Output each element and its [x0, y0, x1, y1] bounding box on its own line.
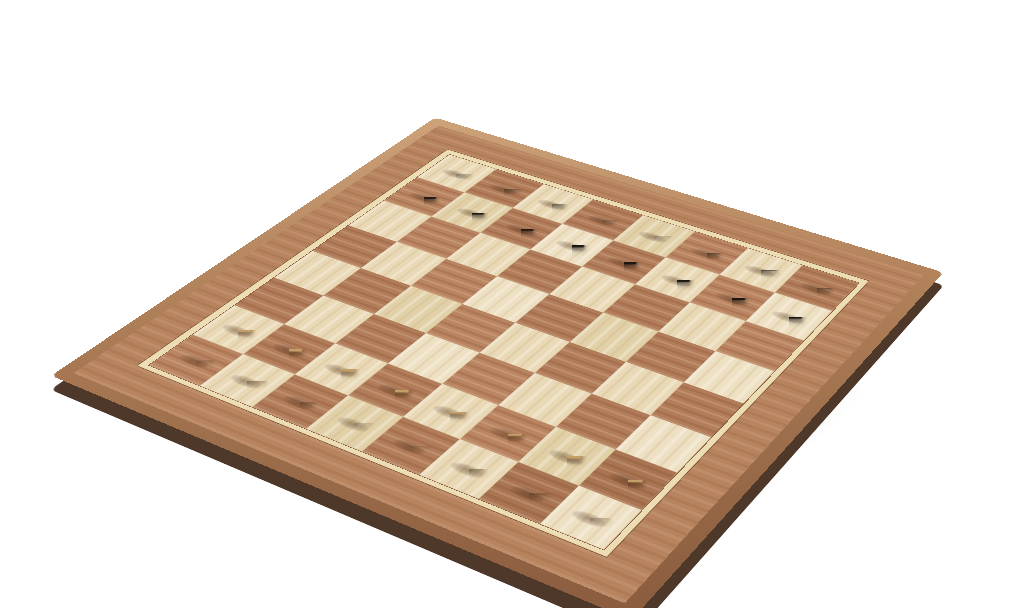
white-king-e1[interactable]: ♚ — [375, 351, 446, 459]
square-h6[interactable] — [716, 321, 804, 371]
white-bishop-f1[interactable]: ♝ — [439, 392, 498, 483]
square-h1[interactable]: ♜ — [540, 486, 641, 550]
page-background: { "game": "chess", "scene": { "descripti… — [0, 0, 1024, 608]
square-b6[interactable] — [397, 217, 480, 259]
white-bishop-c1[interactable]: ♝ — [271, 328, 327, 414]
